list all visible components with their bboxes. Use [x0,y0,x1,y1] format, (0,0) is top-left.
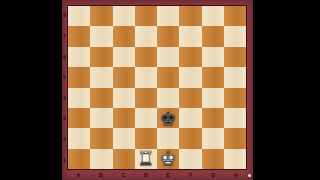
square-e5[interactable] [157,67,179,87]
square-h1[interactable] [224,149,246,169]
square-b8[interactable] [90,6,112,26]
square-b6[interactable] [90,47,112,67]
square-g5[interactable] [202,67,224,87]
square-c2[interactable] [113,128,135,148]
square-c4[interactable] [113,88,135,108]
square-d4[interactable] [135,88,157,108]
square-e1[interactable]: ♚ [157,149,179,169]
square-b3[interactable] [90,108,112,128]
square-c1[interactable] [113,149,135,169]
chess-board: ♚♜♚ [67,5,247,170]
file-label-e: E [157,170,180,180]
piece-white-rook[interactable]: ♜ [137,149,154,168]
square-f5[interactable] [179,67,201,87]
square-f8[interactable] [179,6,201,26]
square-f6[interactable] [179,47,201,67]
file-label-c: C [112,170,135,180]
piece-black-king[interactable]: ♚ [160,108,177,127]
square-b7[interactable] [90,26,112,46]
square-g3[interactable] [202,108,224,128]
square-h6[interactable] [224,47,246,67]
square-d7[interactable] [135,26,157,46]
square-a4[interactable] [68,88,90,108]
square-e6[interactable] [157,47,179,67]
square-f7[interactable] [179,26,201,46]
file-label-a: A [67,170,90,180]
square-g1[interactable] [202,149,224,169]
square-g2[interactable] [202,128,224,148]
square-c5[interactable] [113,67,135,87]
square-h2[interactable] [224,128,246,148]
square-c7[interactable] [113,26,135,46]
square-h7[interactable] [224,26,246,46]
square-c8[interactable] [113,6,135,26]
square-c3[interactable] [113,108,135,128]
square-d5[interactable] [135,67,157,87]
frame-corner-dot [248,174,251,177]
square-f4[interactable] [179,88,201,108]
square-b2[interactable] [90,128,112,148]
file-label-g: G [202,170,225,180]
square-d8[interactable] [135,6,157,26]
video-frame-background: 87654321 ♚♜♚ ABCDEFGH [0,0,320,180]
chess-board-frame: 87654321 ♚♜♚ ABCDEFGH [62,0,253,180]
square-d2[interactable] [135,128,157,148]
square-d1[interactable]: ♜ [135,149,157,169]
square-f3[interactable] [179,108,201,128]
square-g4[interactable] [202,88,224,108]
square-a7[interactable] [68,26,90,46]
square-a2[interactable] [68,128,90,148]
piece-white-king[interactable]: ♚ [160,149,177,168]
square-b5[interactable] [90,67,112,87]
square-h4[interactable] [224,88,246,108]
square-d3[interactable] [135,108,157,128]
file-label-d: D [135,170,158,180]
square-a6[interactable] [68,47,90,67]
square-a8[interactable] [68,6,90,26]
square-g8[interactable] [202,6,224,26]
square-g7[interactable] [202,26,224,46]
file-labels: ABCDEFGH [67,170,247,180]
file-label-b: B [90,170,113,180]
file-label-f: F [180,170,203,180]
square-f1[interactable] [179,149,201,169]
square-g6[interactable] [202,47,224,67]
square-a3[interactable] [68,108,90,128]
square-f2[interactable] [179,128,201,148]
square-e2[interactable] [157,128,179,148]
square-h8[interactable] [224,6,246,26]
square-b4[interactable] [90,88,112,108]
square-a1[interactable] [68,149,90,169]
square-e8[interactable] [157,6,179,26]
square-d6[interactable] [135,47,157,67]
square-b1[interactable] [90,149,112,169]
square-e3[interactable]: ♚ [157,108,179,128]
square-h3[interactable] [224,108,246,128]
file-label-h: H [225,170,248,180]
square-e4[interactable] [157,88,179,108]
square-e7[interactable] [157,26,179,46]
square-a5[interactable] [68,67,90,87]
square-h5[interactable] [224,67,246,87]
square-c6[interactable] [113,47,135,67]
